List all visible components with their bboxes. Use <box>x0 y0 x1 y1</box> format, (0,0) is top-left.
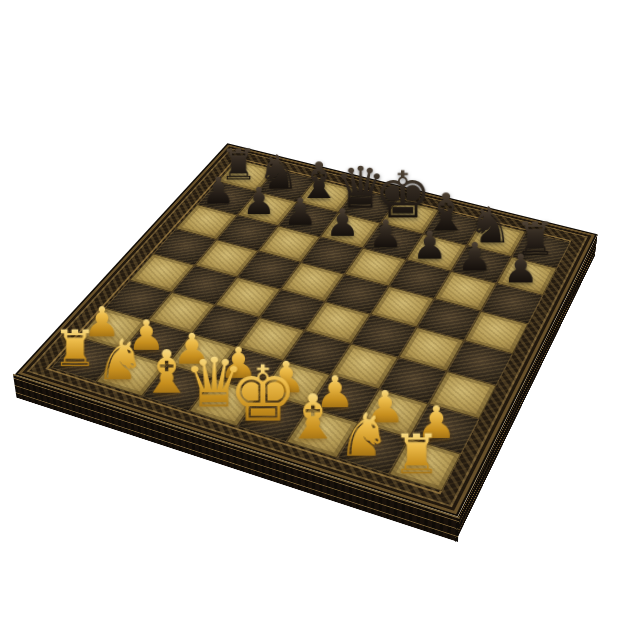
black-pawn-f7: ♟ <box>412 226 447 265</box>
gold-rook-a1: ♜ <box>52 323 97 373</box>
black-pawn-a7: ♟ <box>201 172 234 209</box>
black-pawn-h7: ♟ <box>503 249 538 289</box>
black-pawn-g7: ♟ <box>457 237 492 276</box>
gold-bishop-f1: ♝ <box>284 386 340 448</box>
chess-board: ♜♞♝♛♚♝♞♜♟♟♟♟♟♟♟♟♟♟♟♟♟♟♟♟♜♞♝♛♚♝♞♜ <box>15 143 598 516</box>
black-pawn-b7: ♟ <box>242 182 275 219</box>
square-c4 <box>215 277 281 317</box>
square-h7: ♟ <box>497 257 558 296</box>
chess-set-product-photo: ♜♞♝♛♚♝♞♜♟♟♟♟♟♟♟♟♟♟♟♟♟♟♟♟♜♞♝♛♚♝♞♜ <box>0 0 640 640</box>
black-pawn-c7: ♟ <box>283 193 317 231</box>
black-pawn-d7: ♟ <box>325 203 359 241</box>
gold-rook-h1: ♜ <box>392 427 441 482</box>
gold-knight-g1: ♞ <box>337 405 390 465</box>
gold-knight-b1: ♞ <box>95 332 145 388</box>
square-a4 <box>129 254 194 293</box>
black-pawn-e7: ♟ <box>368 214 402 252</box>
